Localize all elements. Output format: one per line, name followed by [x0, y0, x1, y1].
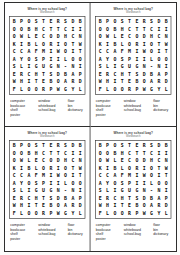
grid-cell: R [126, 85, 133, 92]
grid-cell: O [47, 33, 54, 40]
grid-cell: E [33, 157, 40, 164]
grid-cell: T [77, 48, 84, 55]
grid-cell: O [163, 55, 170, 62]
grid-cell: R [69, 202, 76, 209]
grid-cell: T [69, 40, 76, 47]
word-list-column: floorbindictionary [68, 99, 83, 117]
grid-cell: O [62, 172, 69, 179]
grid-cell: H [104, 78, 111, 85]
grid-cell: W [11, 202, 18, 209]
grid-cell: C [111, 70, 118, 77]
grid-cell: I [77, 187, 84, 194]
grid-cell: L [104, 85, 111, 92]
grid-cell: O [77, 179, 84, 186]
grid-cell: C [155, 157, 162, 164]
grid-cell: - [62, 63, 69, 70]
grid-cell: G [148, 85, 155, 92]
grid-cell: C [126, 157, 133, 164]
grid-cell: T [155, 40, 162, 47]
grid-cell: H [119, 25, 126, 32]
word-item: school-bag [124, 108, 153, 112]
grid-cell: K [97, 164, 104, 171]
grid-cell: K [11, 164, 18, 171]
grid-cell: Y [69, 85, 76, 92]
grid-cell: M [126, 172, 133, 179]
grid-cell: - [62, 187, 69, 194]
word-list-column: floorbindictionary [153, 99, 168, 117]
grid-cell: M [126, 48, 133, 55]
word-item: school-bag [38, 232, 67, 236]
grid-cell: I [47, 179, 54, 186]
wordsearch-card: Where is my school bag? Wordsearch BPOST… [90, 127, 175, 251]
grid-cell: H [148, 157, 155, 164]
grid-cell: A [111, 172, 118, 179]
grid-cell: S [47, 194, 54, 201]
grid-cell: I [69, 149, 76, 156]
grid-cell: F [119, 48, 126, 55]
wordsearch-grid: BPOSTERSDBOOBHCTTCIIOWLECODHCNKIBLORIOTW… [9, 140, 85, 218]
grid-cell: C [40, 33, 47, 40]
grid-cell: Y [155, 85, 162, 92]
grid-cell: I [18, 164, 25, 171]
wordsearch-grid: BPOSTERSDBOOBHCTTCIIOWLECODHCNKIBLORIOTW… [95, 16, 171, 94]
grid-cell: A [69, 70, 76, 77]
grid-cell: E [40, 78, 47, 85]
grid-cell: A [155, 194, 162, 201]
grid-cell: C [25, 194, 32, 201]
grid-cell: W [163, 164, 170, 171]
grid-cell: E [119, 157, 126, 164]
grid-cell: O [11, 149, 18, 156]
grid-cell: N [77, 157, 84, 164]
word-item: poster [96, 236, 124, 240]
grid-cell: K [11, 40, 18, 47]
grid-cell: D [55, 194, 62, 201]
grid-cell: L [163, 209, 170, 216]
grid-cell: A [148, 202, 155, 209]
grid-cell: P [163, 194, 170, 201]
grid-cell: I [111, 202, 118, 209]
grid-cell: W [55, 48, 62, 55]
grid-cell: G [62, 85, 69, 92]
grid-cell: O [62, 48, 69, 55]
grid-cell: I [163, 63, 170, 70]
grid-cell: W [55, 85, 62, 92]
grid-cell: D [55, 33, 62, 40]
grid-cell: W [11, 78, 18, 85]
grid-cell: P [47, 85, 54, 92]
grid-cell: S [62, 142, 69, 149]
grid-cell: W [104, 157, 111, 164]
grid-cell: C [155, 33, 162, 40]
grid-cell: S [97, 63, 104, 70]
grid-cell: L [25, 157, 32, 164]
grid-cell: C [97, 48, 104, 55]
grid-cell: T [40, 194, 47, 201]
puzzle-subtitle: Wordsearch [5, 11, 89, 14]
grid-cell: P [133, 85, 140, 92]
worksheet-sheet: Where is my school bag? Wordsearch BPOST… [4, 2, 177, 252]
word-item: dictionary [68, 108, 83, 112]
puzzle-subtitle: Wordsearch [90, 11, 175, 14]
grid-cell: L [104, 63, 111, 70]
grid-cell: G [47, 63, 54, 70]
grid-cell: S [119, 55, 126, 62]
grid-cell: O [62, 40, 69, 47]
grid-cell: Y [155, 209, 162, 216]
grid-cell: E [133, 142, 140, 149]
grid-cell: S [11, 63, 18, 70]
grid-cell: S [148, 142, 155, 149]
grid-cell: O [25, 179, 32, 186]
grid-cell: E [133, 18, 140, 25]
grid-cell: I [111, 187, 118, 194]
grid-cell: N [155, 187, 162, 194]
grid-cell: B [133, 78, 140, 85]
grid-cell: O [111, 55, 118, 62]
grid-cell: I [55, 179, 62, 186]
grid-cell: R [69, 78, 76, 85]
grid-cell: H [18, 202, 25, 209]
grid-cell: O [111, 179, 118, 186]
grid-cell: G [119, 63, 126, 70]
grid-cell: G [148, 209, 155, 216]
grid-cell: O [148, 40, 155, 47]
grid-cell: R [133, 40, 140, 47]
grid-cell: M [40, 48, 47, 55]
grid-cell: H [33, 70, 40, 77]
grid-cell: F [33, 172, 40, 179]
grid-cell: O [25, 85, 32, 92]
grid-cell: B [62, 70, 69, 77]
grid-cell: I [155, 25, 162, 32]
grid-cell: A [11, 179, 18, 186]
grid-cell: I [155, 172, 162, 179]
grid-cell: T [126, 18, 133, 25]
grid-cell: M [40, 172, 47, 179]
grid-cell: Y [104, 179, 111, 186]
grid-cell: T [163, 48, 170, 55]
puzzle-subtitle: Wordsearch [90, 135, 175, 138]
grid-cell: O [18, 149, 25, 156]
grid-cell: O [11, 33, 18, 40]
grid-cell: T [119, 202, 126, 209]
grid-cell: R [47, 40, 54, 47]
grid-cell: B [148, 70, 155, 77]
grid-cell: T [126, 142, 133, 149]
grid-cell: C [148, 25, 155, 32]
grid-cell: W [141, 85, 148, 92]
grid-cell: I [55, 164, 62, 171]
grid-cell: A [155, 70, 162, 77]
grid-cell: O [148, 172, 155, 179]
wordsearch-card: Where is my school bag? Wordsearch BPOST… [90, 3, 175, 127]
grid-cell: I [141, 40, 148, 47]
grid-cell: A [62, 202, 69, 209]
grid-cell: W [141, 209, 148, 216]
grid-cell: D [141, 194, 148, 201]
grid-cell: T [141, 149, 148, 156]
grid-cell: P [18, 18, 25, 25]
grid-cell: N [141, 63, 148, 70]
grid-cell: I [163, 187, 170, 194]
grid-cell: B [62, 194, 69, 201]
grid-cell: N [163, 157, 170, 164]
grid-cell: W [141, 172, 148, 179]
grid-cell: B [148, 194, 155, 201]
grid-cell: A [69, 194, 76, 201]
grid-cell: T [55, 25, 62, 32]
grid-cell: H [119, 194, 126, 201]
grid-cell: L [77, 85, 84, 92]
grid-cell: T [77, 172, 84, 179]
grid-cell: T [33, 202, 40, 209]
grid-cell: E [47, 18, 54, 25]
word-list-column: windowwhiteboardschool-bag [124, 99, 153, 117]
grid-cell: F [97, 209, 104, 216]
grid-cell: I [141, 55, 148, 62]
grid-cell: N [155, 63, 162, 70]
grid-cell: B [111, 25, 118, 32]
grid-cell: T [126, 194, 133, 201]
grid-cell: I [133, 172, 140, 179]
grid-cell: T [40, 142, 47, 149]
grid-cell: O [25, 55, 32, 62]
grid-cell: I [133, 48, 140, 55]
word-list-column: windowwhiteboardschool-bag [38, 99, 67, 117]
grid-cell: I [25, 78, 32, 85]
word-list-column: floorbindictionary [153, 223, 168, 241]
grid-cell: O [133, 157, 140, 164]
grid-cell: L [18, 187, 25, 194]
grid-cell: O [25, 18, 32, 25]
grid-cell: I [155, 149, 162, 156]
grid-cell: S [33, 55, 40, 62]
grid-cell: P [47, 209, 54, 216]
grid-cell: I [55, 40, 62, 47]
grid-cell: D [141, 70, 148, 77]
grid-cell: I [18, 40, 25, 47]
word-item: dictionary [68, 232, 83, 236]
grid-cell: C [126, 149, 133, 156]
grid-cell: I [47, 172, 54, 179]
grid-cell: S [33, 179, 40, 186]
grid-cell: N [141, 187, 148, 194]
grid-cell: I [111, 63, 118, 70]
grid-cell: O [104, 149, 111, 156]
grid-cell: B [163, 142, 170, 149]
grid-cell: L [119, 164, 126, 171]
grid-cell: C [126, 33, 133, 40]
grid-cell: A [97, 55, 104, 62]
grid-cell: H [33, 194, 40, 201]
grid-cell: H [33, 25, 40, 32]
grid-cell: W [77, 40, 84, 47]
grid-cell: R [126, 209, 133, 216]
grid-cell: O [111, 142, 118, 149]
grid-cell: A [97, 179, 104, 186]
grid-cell: E [11, 194, 18, 201]
grid-cell: I [163, 25, 170, 32]
grid-cell: S [11, 187, 18, 194]
grid-cell: R [155, 78, 162, 85]
grid-cell: Y [18, 55, 25, 62]
grid-cell: W [55, 172, 62, 179]
grid-cell: R [141, 18, 148, 25]
word-list-column: computerbookcaseshelfposter [10, 99, 38, 117]
grid-cell: B [111, 164, 118, 171]
grid-cell: R [104, 194, 111, 201]
grid-cell: I [77, 25, 84, 32]
grid-cell: O [69, 55, 76, 62]
grid-cell: F [11, 209, 18, 216]
grid-cell: B [111, 149, 118, 156]
grid-cell: C [40, 25, 47, 32]
grid-cell: A [62, 78, 69, 85]
grid-cell: C [111, 194, 118, 201]
grid-cell: C [69, 33, 76, 40]
grid-cell: O [148, 164, 155, 171]
grid-cell: B [25, 40, 32, 47]
grid-cell: O [141, 202, 148, 209]
grid-cell: C [104, 48, 111, 55]
grid-cell: C [25, 70, 32, 77]
grid-cell: O [133, 33, 140, 40]
grid-cell: - [148, 187, 155, 194]
grid-cell: O [47, 157, 54, 164]
grid-cell: O [62, 164, 69, 171]
grid-cell: T [47, 149, 54, 156]
grid-cell: P [104, 142, 111, 149]
word-list-column: floorbindictionary [68, 223, 83, 241]
puzzle-subtitle: Wordsearch [5, 135, 89, 138]
grid-cell: B [97, 142, 104, 149]
grid-cell: G [47, 187, 54, 194]
grid-cell: B [111, 40, 118, 47]
grid-cell: O [155, 179, 162, 186]
grid-cell: D [155, 142, 162, 149]
grid-cell: G [133, 187, 140, 194]
grid-cell: T [47, 25, 54, 32]
grid-cell: B [47, 202, 54, 209]
grid-cell: D [77, 78, 84, 85]
grid-cell: W [97, 202, 104, 209]
grid-cell: E [97, 194, 104, 201]
grid-cell: L [163, 85, 170, 92]
grid-cell: O [104, 25, 111, 32]
grid-cell: P [163, 70, 170, 77]
grid-cell: L [104, 187, 111, 194]
grid-cell: A [25, 48, 32, 55]
grid-cell: B [97, 18, 104, 25]
grid-cell: P [104, 18, 111, 25]
word-list: computerbookcaseshelfposter windowwhiteb… [5, 223, 89, 241]
grid-cell: O [77, 55, 84, 62]
grid-cell: D [163, 78, 170, 85]
word-item: dictionary [153, 108, 168, 112]
grid-cell: P [77, 70, 84, 77]
grid-cell: W [104, 33, 111, 40]
grid-cell: T [33, 78, 40, 85]
grid-cell: O [11, 157, 18, 164]
grid-cell: O [97, 149, 104, 156]
grid-cell: A [11, 55, 18, 62]
word-item: school-bag [124, 232, 153, 236]
grid-cell: L [33, 164, 40, 171]
grid-cell: O [163, 179, 170, 186]
grid-cell: N [55, 187, 62, 194]
grid-cell: D [141, 33, 148, 40]
grid-cell: C [40, 149, 47, 156]
scale-wrapper: Where is my school bag? Wordsearch BPOST… [0, 0, 180, 255]
grid-cell: E [47, 142, 54, 149]
grid-cell: O [141, 78, 148, 85]
grid-cell: S [119, 179, 126, 186]
grid-cell: F [119, 172, 126, 179]
grid-cell: I [69, 48, 76, 55]
grid-cell: E [33, 33, 40, 40]
grid-cell: G [119, 187, 126, 194]
grid-cell: E [11, 70, 18, 77]
word-list-column: computerbookcaseshelfposter [96, 223, 124, 241]
grid-cell: B [25, 149, 32, 156]
grid-cell: P [77, 194, 84, 201]
grid-cell: I [104, 164, 111, 171]
grid-cell: W [18, 157, 25, 164]
worksheet-page: Where is my school bag? Wordsearch BPOST… [0, 0, 180, 255]
grid-cell: I [104, 40, 111, 47]
grid-cell: C [126, 25, 133, 32]
word-item: poster [96, 112, 124, 116]
grid-cell: W [97, 78, 104, 85]
grid-cell: F [11, 85, 18, 92]
grid-cell: C [40, 157, 47, 164]
grid-cell: R [40, 209, 47, 216]
grid-cell: C [104, 172, 111, 179]
grid-cell: C [11, 48, 18, 55]
grid-cell: I [55, 55, 62, 62]
grid-cell: R [55, 18, 62, 25]
grid-cell: C [62, 149, 69, 156]
grid-cell: E [40, 202, 47, 209]
grid-cell: B [47, 78, 54, 85]
grid-cell: I [111, 78, 118, 85]
grid-cell: I [141, 164, 148, 171]
grid-cell: T [141, 25, 148, 32]
grid-cell: O [111, 209, 118, 216]
word-list-column: windowwhiteboardschool-bag [38, 223, 67, 241]
grid-cell: O [25, 209, 32, 216]
grid-cell: T [40, 18, 47, 25]
grid-cell: P [18, 142, 25, 149]
grid-cell: E [126, 78, 133, 85]
grid-cell: R [133, 164, 140, 171]
word-list: computerbookcaseshelfposter windowwhiteb… [90, 223, 175, 241]
grid-cell: L [148, 179, 155, 186]
grid-cell: U [40, 187, 47, 194]
grid-cell: D [55, 157, 62, 164]
grid-cell: D [69, 18, 76, 25]
grid-cell: S [33, 18, 40, 25]
grid-cell: B [77, 18, 84, 25]
grid-cell: T [126, 70, 133, 77]
grid-cell: N [69, 187, 76, 194]
grid-cell: T [55, 149, 62, 156]
grid-cell: O [55, 78, 62, 85]
word-item: school-bag [38, 108, 67, 112]
grid-cell: O [18, 25, 25, 32]
grid-cell: P [126, 55, 133, 62]
